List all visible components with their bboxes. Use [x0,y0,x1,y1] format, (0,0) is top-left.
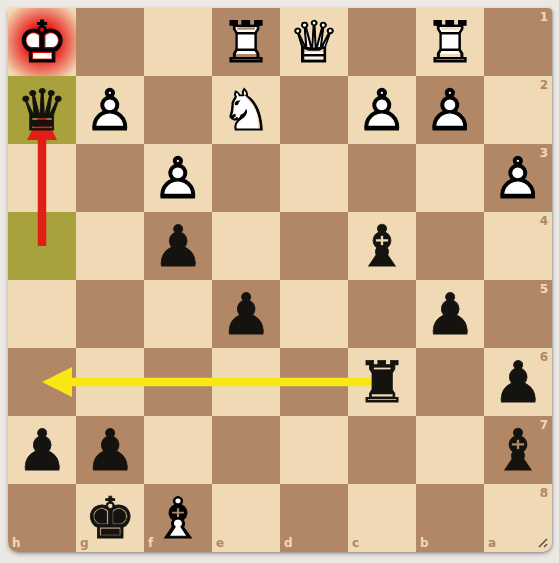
white-rook-outline-icon: ♖ [416,8,484,76]
white-queen-outline-icon: ♕ [280,8,348,76]
black-pawn-g7[interactable]: ♟ [76,416,144,484]
coordinate-rank-4: 4 [540,215,548,227]
black-queen-h2[interactable]: ♛ [8,76,76,144]
square-c1[interactable] [348,8,416,76]
square-g3[interactable] [76,144,144,212]
black-pawn-icon: ♟ [76,416,144,484]
white-pawn-outline-icon: ♙ [144,144,212,212]
square-g5[interactable] [76,280,144,348]
square-f2[interactable] [144,76,212,144]
square-h5[interactable] [8,280,76,348]
square-h3[interactable] [8,144,76,212]
square-g6[interactable] [76,348,144,416]
white-pawn-outline-icon: ♙ [76,76,144,144]
coordinate-rank-8: 8 [540,487,548,499]
coordinate-file-a: a [488,537,496,549]
square-a1[interactable]: 1 [484,8,552,76]
white-king-h1[interactable]: ♚♔ [8,8,76,76]
black-pawn-icon: ♟ [8,416,76,484]
square-c5[interactable] [348,280,416,348]
white-pawn-g2[interactable]: ♟♙ [76,76,144,144]
white-pawn-outline-icon: ♙ [416,76,484,144]
white-pawn-outline-icon: ♙ [348,76,416,144]
square-e7[interactable] [212,416,280,484]
white-pawn-a3[interactable]: ♟♙ [484,144,552,212]
square-f7[interactable] [144,416,212,484]
square-b4[interactable] [416,212,484,280]
square-f1[interactable] [144,8,212,76]
white-pawn-outline-icon: ♙ [484,144,552,212]
square-b8[interactable]: b [416,484,484,552]
coordinate-file-d: d [284,537,293,549]
chess-board[interactable]: 1234567hgfedcb8a ♚♔♜♖♛♕♜♖♛♟♙♞♘♟♙♟♙♟♙♟♙♟♝… [8,8,552,552]
black-bishop-c4[interactable]: ♝ [348,212,416,280]
black-pawn-icon: ♟ [212,280,280,348]
analysis-page: 1234567hgfedcb8a ♚♔♜♖♛♕♜♖♛♟♙♞♘♟♙♟♙♟♙♟♙♟♝… [0,0,559,563]
square-e6[interactable] [212,348,280,416]
white-rook-e1[interactable]: ♜♖ [212,8,280,76]
white-pawn-f3[interactable]: ♟♙ [144,144,212,212]
square-c7[interactable] [348,416,416,484]
white-rook-b1[interactable]: ♜♖ [416,8,484,76]
square-g4[interactable] [76,212,144,280]
square-e4[interactable] [212,212,280,280]
coordinate-rank-1: 1 [540,11,548,23]
square-g1[interactable] [76,8,144,76]
black-queen-icon: ♛ [8,76,76,144]
coordinate-rank-2: 2 [540,79,548,91]
square-c3[interactable] [348,144,416,212]
square-f5[interactable] [144,280,212,348]
white-bishop-f8[interactable]: ♝♗ [144,484,212,552]
square-f6[interactable] [144,348,212,416]
square-a4[interactable]: 4 [484,212,552,280]
black-pawn-b5[interactable]: ♟ [416,280,484,348]
white-rook-outline-icon: ♖ [212,8,280,76]
black-bishop-icon: ♝ [484,416,552,484]
square-e8[interactable]: e [212,484,280,552]
coordinate-file-b: b [420,537,429,549]
square-d4[interactable] [280,212,348,280]
black-pawn-h7[interactable]: ♟ [8,416,76,484]
coordinate-file-e: e [216,537,224,549]
white-pawn-b2[interactable]: ♟♙ [416,76,484,144]
black-pawn-e5[interactable]: ♟ [212,280,280,348]
square-a2[interactable]: 2 [484,76,552,144]
square-c8[interactable]: c [348,484,416,552]
black-rook-c6[interactable]: ♜ [348,348,416,416]
black-pawn-a6[interactable]: ♟ [484,348,552,416]
square-a5[interactable]: 5 [484,280,552,348]
square-h8[interactable]: h [8,484,76,552]
black-king-icon: ♚ [76,484,144,552]
square-d6[interactable] [280,348,348,416]
white-pawn-c2[interactable]: ♟♙ [348,76,416,144]
coordinate-file-h: h [12,537,21,549]
coordinate-file-c: c [352,537,359,549]
black-pawn-icon: ♟ [484,348,552,416]
coordinate-rank-5: 5 [540,283,548,295]
square-h6[interactable] [8,348,76,416]
square-b3[interactable] [416,144,484,212]
square-d2[interactable] [280,76,348,144]
black-pawn-icon: ♟ [144,212,212,280]
black-pawn-icon: ♟ [416,280,484,348]
square-d8[interactable]: d [280,484,348,552]
square-h4[interactable] [8,212,76,280]
square-e3[interactable] [212,144,280,212]
white-king-outline-icon: ♔ [8,8,76,76]
square-d5[interactable] [280,280,348,348]
black-pawn-f4[interactable]: ♟ [144,212,212,280]
black-rook-icon: ♜ [348,348,416,416]
white-knight-outline-icon: ♘ [212,76,280,144]
black-king-g8[interactable]: ♚ [76,484,144,552]
square-d7[interactable] [280,416,348,484]
square-b6[interactable] [416,348,484,416]
white-bishop-outline-icon: ♗ [144,484,212,552]
resize-handle-icon[interactable] [536,536,550,550]
black-bishop-a7[interactable]: ♝ [484,416,552,484]
white-queen-d1[interactable]: ♛♕ [280,8,348,76]
square-d3[interactable] [280,144,348,212]
black-bishop-icon: ♝ [348,212,416,280]
square-b7[interactable] [416,416,484,484]
white-knight-e2[interactable]: ♞♘ [212,76,280,144]
square-a8[interactable]: 8a [484,484,552,552]
